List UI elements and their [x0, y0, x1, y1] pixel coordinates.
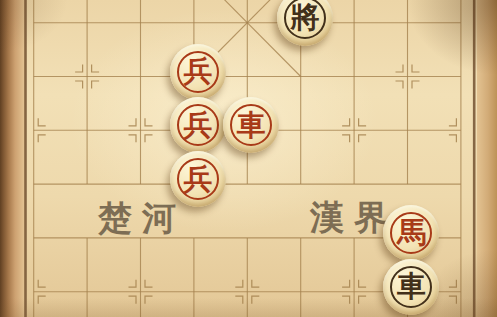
piece-red-soldier-d5[interactable]: 兵 [170, 151, 226, 207]
piece-red-soldier-d4[interactable]: 兵 [170, 97, 226, 153]
piece-red-soldier-d3[interactable]: 兵 [170, 44, 226, 100]
piece-black-chariot-h7[interactable]: 車 [383, 259, 439, 315]
xiangqi-board[interactable]: 楚河 漢界 將兵兵車兵馬車 [0, 0, 497, 317]
piece-char: 車 [383, 259, 439, 315]
piece-char: 將 [277, 0, 333, 46]
piece-red-horse-h6[interactable]: 馬 [383, 205, 439, 261]
piece-char: 兵 [170, 151, 226, 207]
piece-char: 兵 [170, 44, 226, 100]
piece-char: 馬 [383, 205, 439, 261]
piece-char: 車 [223, 97, 279, 153]
piece-char: 兵 [170, 97, 226, 153]
pieces-layer: 將兵兵車兵馬車 [7, 0, 488, 317]
piece-black-general-f2[interactable]: 將 [277, 0, 333, 46]
piece-red-chariot-e4[interactable]: 車 [223, 97, 279, 153]
